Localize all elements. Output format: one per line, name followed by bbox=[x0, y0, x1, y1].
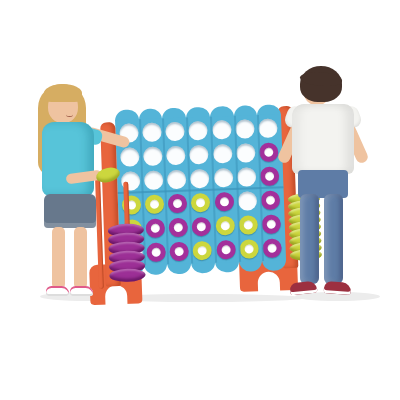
empty-hole bbox=[165, 121, 185, 141]
empty-hole bbox=[189, 144, 209, 164]
cell-r4c3[interactable] bbox=[166, 191, 190, 216]
cell-r1c2[interactable] bbox=[140, 119, 164, 144]
cell-r3c3[interactable] bbox=[165, 167, 189, 192]
cell-r3c4[interactable] bbox=[188, 166, 212, 191]
cell-r1c3[interactable] bbox=[163, 119, 187, 144]
magenta-disc bbox=[260, 166, 280, 186]
magenta-disc bbox=[262, 238, 282, 258]
magenta-disc bbox=[261, 214, 281, 234]
empty-hole bbox=[236, 143, 256, 163]
boy-jean-leg bbox=[324, 194, 343, 284]
empty-hole bbox=[258, 118, 278, 138]
girl-hair-fringe bbox=[44, 84, 82, 102]
yellow-disc bbox=[215, 215, 235, 235]
empty-hole bbox=[212, 120, 232, 140]
cell-r3c5[interactable] bbox=[211, 165, 235, 190]
cell-r1c5[interactable] bbox=[210, 117, 234, 142]
magenta-disc bbox=[216, 239, 236, 259]
magenta-disc bbox=[169, 217, 189, 237]
cell-r6c2[interactable] bbox=[144, 239, 168, 264]
boy-player bbox=[288, 66, 380, 300]
magenta-disc bbox=[170, 241, 190, 261]
magenta-disc bbox=[261, 190, 281, 210]
empty-hole bbox=[237, 167, 257, 187]
cell-r2c3[interactable] bbox=[164, 143, 188, 168]
cell-r6c5[interactable] bbox=[214, 237, 238, 262]
cell-r2c4[interactable] bbox=[187, 142, 211, 167]
cell-r5c3[interactable] bbox=[167, 215, 191, 240]
right-foot-arch-cutout bbox=[257, 271, 280, 292]
boy-shirt bbox=[292, 104, 354, 174]
empty-hole bbox=[166, 145, 186, 165]
empty-hole bbox=[142, 122, 162, 142]
girl-shirt bbox=[42, 122, 94, 196]
boy-shoe bbox=[289, 281, 317, 296]
girl-held-yellow-disc[interactable] bbox=[95, 165, 122, 184]
empty-hole bbox=[167, 169, 187, 189]
empty-hole bbox=[237, 191, 257, 211]
cell-r5c4[interactable] bbox=[190, 214, 214, 239]
empty-hole bbox=[235, 119, 255, 139]
empty-hole bbox=[190, 168, 210, 188]
cell-r2c2[interactable] bbox=[141, 143, 165, 168]
yellow-disc bbox=[239, 239, 259, 259]
empty-hole bbox=[213, 168, 233, 188]
girl-leg bbox=[74, 227, 87, 289]
girl-player bbox=[22, 82, 142, 300]
cell-r6c4[interactable] bbox=[191, 238, 215, 263]
yellow-disc bbox=[238, 215, 258, 235]
boy-shoe bbox=[324, 281, 352, 295]
empty-hole bbox=[189, 120, 209, 140]
magenta-disc bbox=[214, 192, 234, 212]
cell-r4c4[interactable] bbox=[189, 190, 213, 215]
cell-r3c2[interactable] bbox=[142, 167, 166, 192]
cell-r5c2[interactable] bbox=[144, 215, 168, 240]
magenta-disc bbox=[259, 142, 279, 162]
cell-r4c2[interactable] bbox=[143, 191, 167, 216]
boy-jean-leg bbox=[300, 194, 319, 284]
yellow-disc bbox=[145, 194, 165, 214]
girl-shoe bbox=[46, 286, 69, 296]
empty-hole bbox=[213, 144, 233, 164]
cell-r6c3[interactable] bbox=[168, 239, 192, 264]
magenta-disc bbox=[147, 242, 167, 262]
girl-shoe bbox=[70, 286, 93, 296]
magenta-disc bbox=[146, 218, 166, 238]
girl-smile bbox=[66, 112, 73, 117]
empty-hole bbox=[143, 146, 163, 166]
cell-r2c5[interactable] bbox=[210, 141, 234, 166]
product-photo-scene bbox=[0, 0, 400, 400]
cell-r5c5[interactable] bbox=[213, 213, 237, 238]
cell-r4c5[interactable] bbox=[212, 189, 236, 214]
girl-leg bbox=[52, 227, 65, 289]
magenta-disc bbox=[192, 216, 212, 236]
cell-r1c4[interactable] bbox=[186, 118, 210, 143]
yellow-disc bbox=[191, 192, 211, 212]
girl-shorts bbox=[44, 194, 96, 228]
yellow-disc bbox=[193, 240, 213, 260]
magenta-disc bbox=[168, 193, 188, 213]
empty-hole bbox=[144, 170, 164, 190]
